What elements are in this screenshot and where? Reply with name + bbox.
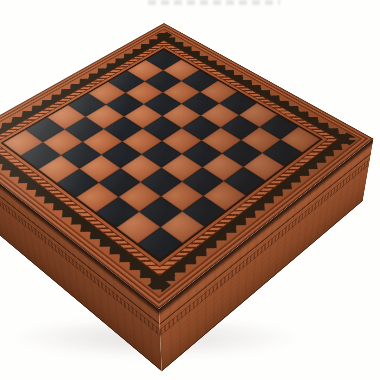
product-photo-stage — [0, 0, 380, 380]
perspective-scene — [0, 0, 380, 380]
